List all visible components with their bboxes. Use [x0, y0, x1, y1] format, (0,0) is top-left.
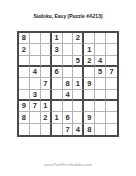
- cell-r1c3-empty[interactable]: [41, 33, 52, 44]
- page-title: Sudoku, Easy (Puzzle #A213): [0, 13, 136, 19]
- cell-r2c6-empty[interactable]: [73, 44, 84, 55]
- cell-r1c4-given: 1: [52, 33, 63, 44]
- cell-r6c7-empty[interactable]: [84, 90, 95, 101]
- cell-r2c2-empty[interactable]: [30, 44, 41, 55]
- cell-r6c2-given: 3: [30, 90, 41, 101]
- cell-r6c6-empty[interactable]: [73, 90, 84, 101]
- cell-r4c2-given: 4: [30, 67, 41, 78]
- cell-r1c9-empty[interactable]: [106, 33, 117, 44]
- cell-r9c5-given: 7: [63, 124, 74, 135]
- cell-r9c6-given: 4: [73, 124, 84, 135]
- cell-r7c5-empty[interactable]: [63, 101, 74, 112]
- cell-r3c3-empty[interactable]: [41, 56, 52, 67]
- cell-r7c3-given: 1: [41, 101, 52, 112]
- cell-r5c7-given: 9: [84, 78, 95, 89]
- cell-r1c6-given: 2: [73, 33, 84, 44]
- cell-r4c8-given: 5: [95, 67, 106, 78]
- cell-r8c1-given: 8: [19, 112, 30, 123]
- cell-r9c9-given: [106, 124, 117, 135]
- cell-r2c8-empty[interactable]: [95, 44, 106, 55]
- cell-r5c4-empty[interactable]: [52, 78, 63, 89]
- cell-r2c1-given: 2: [19, 44, 30, 55]
- cell-r9c8-empty[interactable]: [95, 124, 106, 135]
- cell-r6c9-empty[interactable]: [106, 90, 117, 101]
- footer-url: www.PrintFreeSudoku.com: [0, 162, 136, 167]
- cell-r4c6-empty[interactable]: [73, 67, 84, 78]
- cell-r4c5-empty[interactable]: [63, 67, 74, 78]
- cell-r8c8-empty[interactable]: [95, 112, 106, 123]
- cell-r6c8-empty[interactable]: [95, 90, 106, 101]
- cell-r6c4-empty[interactable]: [52, 90, 63, 101]
- cell-r7c6-empty[interactable]: [73, 101, 84, 112]
- cell-r3c2-empty[interactable]: [30, 56, 41, 67]
- cell-r7c1-given: 9: [19, 101, 30, 112]
- cell-r8c7-given: 9: [84, 112, 95, 123]
- cell-r2c4-given: 3: [52, 44, 63, 55]
- cell-r6c3-empty[interactable]: [41, 90, 52, 101]
- cell-r8c9-empty[interactable]: [106, 112, 117, 123]
- cell-r3c7-given: 2: [84, 56, 95, 67]
- cell-r8c2-empty[interactable]: [30, 112, 41, 123]
- cell-r5c8-empty[interactable]: [95, 78, 106, 89]
- cell-r7c9-empty[interactable]: [106, 101, 117, 112]
- cell-r6c1-empty[interactable]: [19, 90, 30, 101]
- cell-r5c3-given: 7: [41, 78, 52, 89]
- cell-r2c9-empty[interactable]: [106, 44, 117, 55]
- cell-r7c4-empty[interactable]: [52, 101, 63, 112]
- cell-r2c5-empty[interactable]: [63, 44, 74, 55]
- cell-r5c6-given: 1: [73, 78, 84, 89]
- cell-r9c2-empty[interactable]: [30, 124, 41, 135]
- cell-r3c4-empty[interactable]: [52, 56, 63, 67]
- cell-r3c9-empty[interactable]: [106, 56, 117, 67]
- cell-r1c2-empty[interactable]: [30, 33, 41, 44]
- cell-r3c5-empty[interactable]: [63, 56, 74, 67]
- cell-r5c9-empty[interactable]: [106, 78, 117, 89]
- cell-r4c1-empty[interactable]: [19, 67, 30, 78]
- cell-r1c7-empty[interactable]: [84, 33, 95, 44]
- sudoku-grid: 812231524465778193497182169748: [17, 31, 119, 137]
- cell-r3c1-empty[interactable]: [19, 56, 30, 67]
- cell-r7c8-empty[interactable]: [95, 101, 106, 112]
- cell-r4c7-empty[interactable]: [84, 67, 95, 78]
- cell-r5c1-empty[interactable]: [19, 78, 30, 89]
- cell-r4c3-empty[interactable]: [41, 67, 52, 78]
- cell-r4c9-given: 7: [106, 67, 117, 78]
- cell-r2c7-given: 1: [84, 44, 95, 55]
- cell-r1c8-empty[interactable]: [95, 33, 106, 44]
- cell-r7c2-given: 7: [30, 101, 41, 112]
- cell-r4c4-given: 6: [52, 67, 63, 78]
- cell-r9c3-empty[interactable]: [41, 124, 52, 135]
- cell-r2c3-empty[interactable]: [41, 44, 52, 55]
- cell-r8c4-given: 1: [52, 112, 63, 123]
- cell-r7c7-empty[interactable]: [84, 101, 95, 112]
- cell-r9c4-empty[interactable]: [52, 124, 63, 135]
- cell-r9c1-empty[interactable]: [19, 124, 30, 135]
- cell-r5c5-given: 8: [63, 78, 74, 89]
- cell-r1c1-given: 8: [19, 33, 30, 44]
- cell-r5c2-empty[interactable]: [30, 78, 41, 89]
- cell-r3c8-given: 4: [95, 56, 106, 67]
- cell-r9c7-given: 8: [84, 124, 95, 135]
- sudoku-page: Sudoku, Easy (Puzzle #A213) 812231524465…: [0, 0, 136, 176]
- cell-r8c6-empty[interactable]: [73, 112, 84, 123]
- cell-r1c5-empty[interactable]: [63, 33, 74, 44]
- cell-r3c6-given: 5: [73, 56, 84, 67]
- cell-r8c5-given: 6: [63, 112, 74, 123]
- cell-r8c3-given: 2: [41, 112, 52, 123]
- cell-r6c5-given: 4: [63, 90, 74, 101]
